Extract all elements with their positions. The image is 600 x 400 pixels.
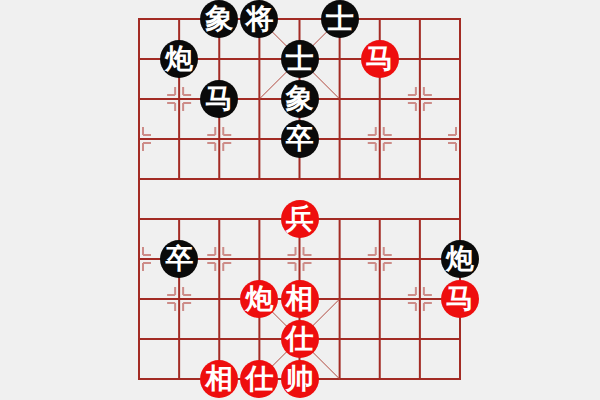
piece-black-soldier[interactable]: 卒 [281, 120, 319, 158]
piece-black-horse[interactable]: 马 [200, 80, 238, 118]
piece-black-elephant[interactable]: 象 [200, 0, 238, 38]
piece-red-king[interactable]: 帅 [281, 360, 319, 398]
piece-black-soldier[interactable]: 卒 [160, 240, 198, 278]
piece-black-general[interactable]: 将 [240, 0, 278, 38]
piece-red-elephant[interactable]: 相 [281, 280, 319, 318]
piece-black-advisor[interactable]: 士 [281, 40, 319, 78]
piece-black-elephant[interactable]: 象 [281, 80, 319, 118]
xiangqi-app: 象将士炮士马马象卒兵卒炮炮相马仕相仕帅 [0, 0, 600, 400]
piece-red-horse[interactable]: 马 [441, 280, 479, 318]
piece-black-cannon[interactable]: 炮 [441, 240, 479, 278]
piece-red-soldier[interactable]: 兵 [281, 200, 319, 238]
piece-black-cannon[interactable]: 炮 [160, 40, 198, 78]
piece-red-elephant[interactable]: 相 [200, 360, 238, 398]
piece-black-advisor[interactable]: 士 [321, 0, 359, 38]
piece-red-cannon[interactable]: 炮 [240, 280, 278, 318]
piece-red-horse[interactable]: 马 [361, 40, 399, 78]
piece-red-advisor[interactable]: 仕 [240, 360, 278, 398]
piece-red-advisor[interactable]: 仕 [281, 320, 319, 358]
